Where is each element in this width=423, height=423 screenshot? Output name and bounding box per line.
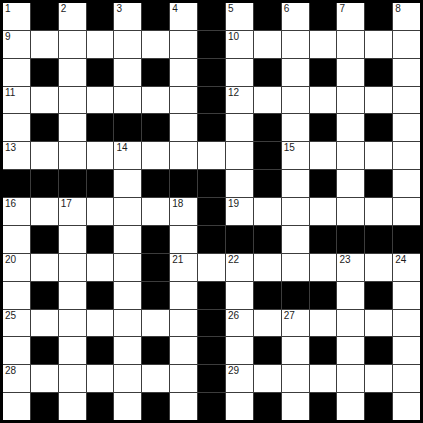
black-cell [254, 393, 281, 420]
white-cell[interactable] [114, 365, 141, 392]
white-cell[interactable] [142, 365, 169, 392]
white-cell[interactable] [393, 365, 420, 392]
white-cell[interactable] [170, 226, 197, 253]
white-cell[interactable]: 3 [114, 3, 141, 30]
white-cell[interactable] [393, 310, 420, 337]
white-cell[interactable] [114, 59, 141, 86]
black-cell [365, 3, 392, 30]
white-cell[interactable] [114, 337, 141, 364]
white-cell[interactable] [254, 198, 281, 225]
white-cell[interactable] [282, 170, 309, 197]
white-cell[interactable] [226, 282, 253, 309]
clue-number: 20 [5, 254, 16, 266]
clue-number: 14 [116, 142, 127, 154]
white-cell[interactable] [114, 393, 141, 420]
white-cell[interactable] [31, 198, 58, 225]
white-cell[interactable] [337, 59, 364, 86]
black-cell [87, 337, 114, 364]
clue-number: 11 [5, 87, 15, 99]
white-cell[interactable] [114, 282, 141, 309]
white-cell[interactable] [170, 114, 197, 141]
white-cell[interactable] [226, 170, 253, 197]
white-cell[interactable]: 25 [3, 310, 30, 337]
white-cell[interactable] [226, 114, 253, 141]
white-cell[interactable] [114, 87, 141, 114]
white-cell[interactable] [337, 282, 364, 309]
white-cell[interactable] [142, 310, 169, 337]
white-cell[interactable]: 5 [226, 3, 253, 30]
black-cell [198, 365, 225, 392]
black-cell [310, 3, 337, 30]
white-cell[interactable] [87, 87, 114, 114]
black-cell [198, 393, 225, 420]
black-cell [365, 226, 392, 253]
white-cell[interactable]: 7 [337, 3, 364, 30]
white-cell[interactable] [393, 282, 420, 309]
white-cell[interactable] [337, 365, 364, 392]
white-cell[interactable] [337, 31, 364, 58]
white-cell[interactable] [3, 114, 30, 141]
black-cell [142, 254, 169, 281]
white-cell[interactable] [282, 254, 309, 281]
clue-number: 10 [228, 31, 239, 43]
white-cell[interactable] [254, 365, 281, 392]
white-cell[interactable]: 26 [226, 310, 253, 337]
black-cell [365, 282, 392, 309]
white-cell[interactable] [170, 59, 197, 86]
white-cell[interactable]: 9 [3, 31, 30, 58]
white-cell[interactable] [393, 198, 420, 225]
white-cell[interactable] [393, 393, 420, 420]
white-cell[interactable] [59, 393, 86, 420]
white-cell[interactable] [31, 142, 58, 169]
clue-number: 19 [228, 198, 239, 210]
white-cell[interactable] [393, 170, 420, 197]
white-cell[interactable] [226, 59, 253, 86]
black-cell [393, 226, 420, 253]
white-cell[interactable] [59, 282, 86, 309]
black-cell [198, 170, 225, 197]
white-cell[interactable]: 29 [226, 365, 253, 392]
clue-number: 23 [339, 254, 350, 266]
black-cell [198, 337, 225, 364]
white-cell[interactable] [310, 198, 337, 225]
black-cell [31, 59, 58, 86]
white-cell[interactable]: 24 [393, 254, 420, 281]
black-cell [365, 170, 392, 197]
white-cell[interactable] [282, 87, 309, 114]
white-cell[interactable] [142, 31, 169, 58]
white-cell[interactable] [254, 87, 281, 114]
white-cell[interactable] [254, 254, 281, 281]
white-cell[interactable]: 27 [282, 310, 309, 337]
white-cell[interactable] [3, 226, 30, 253]
white-cell[interactable] [87, 365, 114, 392]
white-cell[interactable] [393, 142, 420, 169]
white-cell[interactable] [310, 87, 337, 114]
white-cell[interactable]: 6 [282, 3, 309, 30]
white-cell[interactable] [282, 365, 309, 392]
white-cell[interactable] [365, 142, 392, 169]
black-cell [198, 59, 225, 86]
white-cell[interactable] [87, 142, 114, 169]
black-cell [198, 87, 225, 114]
black-cell [59, 170, 86, 197]
white-cell[interactable]: 4 [170, 3, 197, 30]
white-cell[interactable]: 13 [3, 142, 30, 169]
black-cell [31, 3, 58, 30]
white-cell[interactable]: 22 [226, 254, 253, 281]
white-cell[interactable] [142, 87, 169, 114]
white-cell[interactable] [87, 254, 114, 281]
clue-number: 18 [172, 198, 183, 210]
clue-number: 16 [5, 198, 16, 210]
white-cell[interactable] [114, 198, 141, 225]
clue-number: 13 [5, 142, 16, 154]
white-cell[interactable] [226, 337, 253, 364]
white-cell[interactable] [87, 198, 114, 225]
black-cell [31, 114, 58, 141]
white-cell[interactable] [337, 337, 364, 364]
white-cell[interactable] [282, 114, 309, 141]
white-cell[interactable] [59, 31, 86, 58]
clue-number: 22 [228, 254, 239, 266]
white-cell[interactable]: 1 [3, 3, 30, 30]
black-cell [254, 170, 281, 197]
white-cell[interactable] [310, 31, 337, 58]
white-cell[interactable] [114, 170, 141, 197]
black-cell [142, 226, 169, 253]
black-cell [254, 59, 281, 86]
clue-number: 1 [5, 3, 11, 15]
white-cell[interactable] [59, 59, 86, 86]
black-cell [31, 226, 58, 253]
white-cell[interactable] [393, 59, 420, 86]
black-cell [198, 114, 225, 141]
white-cell[interactable] [59, 310, 86, 337]
white-cell[interactable] [31, 87, 58, 114]
white-cell[interactable] [142, 198, 169, 225]
white-cell[interactable] [31, 254, 58, 281]
black-cell [87, 393, 114, 420]
black-cell [310, 114, 337, 141]
black-cell [198, 198, 225, 225]
white-cell[interactable] [87, 310, 114, 337]
white-cell[interactable]: 19 [226, 198, 253, 225]
white-cell[interactable]: 11 [3, 87, 30, 114]
white-cell[interactable]: 20 [3, 254, 30, 281]
white-cell[interactable]: 21 [170, 254, 197, 281]
clue-number: 5 [228, 3, 234, 15]
clue-number: 7 [339, 3, 345, 15]
clue-number: 26 [228, 310, 239, 322]
white-cell[interactable] [3, 393, 30, 420]
black-cell [198, 226, 225, 253]
white-cell[interactable] [3, 59, 30, 86]
white-cell[interactable] [114, 254, 141, 281]
white-cell[interactable] [226, 142, 253, 169]
black-cell [254, 142, 281, 169]
white-cell[interactable] [282, 393, 309, 420]
white-cell[interactable] [365, 87, 392, 114]
black-cell [31, 282, 58, 309]
white-cell[interactable] [254, 31, 281, 58]
black-cell [365, 114, 392, 141]
white-cell[interactable] [337, 170, 364, 197]
white-cell[interactable] [282, 337, 309, 364]
white-cell[interactable] [114, 310, 141, 337]
white-cell[interactable] [31, 310, 58, 337]
white-cell[interactable] [282, 31, 309, 58]
black-cell [365, 59, 392, 86]
clue-number: 9 [5, 31, 11, 43]
white-cell[interactable]: 10 [226, 31, 253, 58]
clue-number: 15 [284, 142, 295, 154]
black-cell [87, 282, 114, 309]
white-cell[interactable] [87, 31, 114, 58]
black-cell [31, 393, 58, 420]
white-cell[interactable] [198, 254, 225, 281]
white-cell[interactable]: 18 [170, 198, 197, 225]
white-cell[interactable]: 12 [226, 87, 253, 114]
black-cell [198, 3, 225, 30]
white-cell[interactable] [365, 198, 392, 225]
white-cell[interactable] [3, 337, 30, 364]
white-cell[interactable] [59, 87, 86, 114]
clue-number: 6 [284, 3, 290, 15]
white-cell[interactable] [114, 226, 141, 253]
white-cell[interactable] [59, 337, 86, 364]
black-cell [254, 114, 281, 141]
white-cell[interactable] [59, 365, 86, 392]
white-cell[interactable] [337, 142, 364, 169]
white-cell[interactable] [59, 226, 86, 253]
black-cell [337, 226, 364, 253]
white-cell[interactable] [365, 365, 392, 392]
white-cell[interactable] [3, 282, 30, 309]
white-cell[interactable]: 23 [337, 254, 364, 281]
black-cell [142, 3, 169, 30]
clue-number: 24 [395, 254, 406, 266]
white-cell[interactable] [282, 198, 309, 225]
black-cell [254, 226, 281, 253]
black-cell [142, 393, 169, 420]
white-cell[interactable] [282, 226, 309, 253]
white-cell[interactable]: 2 [59, 3, 86, 30]
white-cell[interactable] [31, 365, 58, 392]
black-cell [142, 59, 169, 86]
white-cell[interactable] [170, 31, 197, 58]
white-cell[interactable] [365, 254, 392, 281]
white-cell[interactable] [393, 337, 420, 364]
clue-number: 29 [228, 365, 239, 377]
black-cell [310, 393, 337, 420]
crossword-grid: 1234567891011121314151617181920212223242… [0, 0, 423, 423]
white-cell[interactable] [310, 254, 337, 281]
white-cell[interactable]: 16 [3, 198, 30, 225]
black-cell [31, 170, 58, 197]
black-cell [31, 337, 58, 364]
white-cell[interactable] [282, 59, 309, 86]
black-cell [87, 3, 114, 30]
black-cell [365, 337, 392, 364]
clue-number: 21 [172, 254, 183, 266]
black-cell [310, 59, 337, 86]
white-cell[interactable] [59, 114, 86, 141]
white-cell[interactable]: 8 [393, 3, 420, 30]
white-cell[interactable] [170, 282, 197, 309]
white-cell[interactable] [337, 310, 364, 337]
black-cell [365, 393, 392, 420]
black-cell [114, 114, 141, 141]
black-cell [87, 114, 114, 141]
white-cell[interactable] [114, 31, 141, 58]
black-cell [87, 170, 114, 197]
clue-number: 28 [5, 365, 16, 377]
black-cell [226, 226, 253, 253]
white-cell[interactable] [198, 142, 225, 169]
black-cell [310, 226, 337, 253]
black-cell [142, 282, 169, 309]
black-cell [87, 59, 114, 86]
clue-number: 3 [116, 3, 122, 15]
black-cell [310, 282, 337, 309]
clue-number: 17 [61, 198, 72, 210]
white-cell[interactable] [365, 310, 392, 337]
white-cell[interactable] [170, 337, 197, 364]
black-cell [142, 114, 169, 141]
black-cell [142, 170, 169, 197]
black-cell [198, 282, 225, 309]
black-cell [198, 310, 225, 337]
white-cell[interactable] [337, 198, 364, 225]
white-cell[interactable] [170, 310, 197, 337]
black-cell [254, 282, 281, 309]
white-cell[interactable]: 15 [282, 142, 309, 169]
white-cell[interactable] [393, 114, 420, 141]
clue-number: 25 [5, 310, 16, 322]
white-cell[interactable] [31, 31, 58, 58]
white-cell[interactable] [393, 31, 420, 58]
white-cell[interactable] [59, 254, 86, 281]
white-cell[interactable]: 28 [3, 365, 30, 392]
white-cell[interactable] [337, 114, 364, 141]
clue-number: 8 [395, 3, 401, 15]
white-cell[interactable]: 17 [59, 198, 86, 225]
white-cell[interactable]: 14 [114, 142, 141, 169]
white-cell[interactable] [59, 142, 86, 169]
white-cell[interactable] [310, 142, 337, 169]
white-cell[interactable] [170, 365, 197, 392]
white-cell[interactable] [170, 142, 197, 169]
black-cell [3, 170, 30, 197]
black-cell [87, 226, 114, 253]
clue-number: 2 [61, 3, 67, 15]
black-cell [254, 337, 281, 364]
white-cell[interactable] [170, 87, 197, 114]
clue-number: 4 [172, 3, 178, 15]
white-cell[interactable] [310, 365, 337, 392]
white-cell[interactable] [142, 142, 169, 169]
clue-number: 12 [228, 87, 239, 99]
white-cell[interactable] [226, 393, 253, 420]
white-cell[interactable] [337, 87, 364, 114]
black-cell [170, 170, 197, 197]
white-cell[interactable] [170, 393, 197, 420]
black-cell [254, 3, 281, 30]
clue-number: 27 [284, 310, 295, 322]
black-cell [282, 282, 309, 309]
white-cell[interactable] [310, 310, 337, 337]
white-cell[interactable] [254, 310, 281, 337]
black-cell [142, 337, 169, 364]
white-cell[interactable] [393, 87, 420, 114]
black-cell [198, 31, 225, 58]
black-cell [310, 170, 337, 197]
white-cell[interactable] [337, 393, 364, 420]
white-cell[interactable] [365, 31, 392, 58]
black-cell [310, 337, 337, 364]
